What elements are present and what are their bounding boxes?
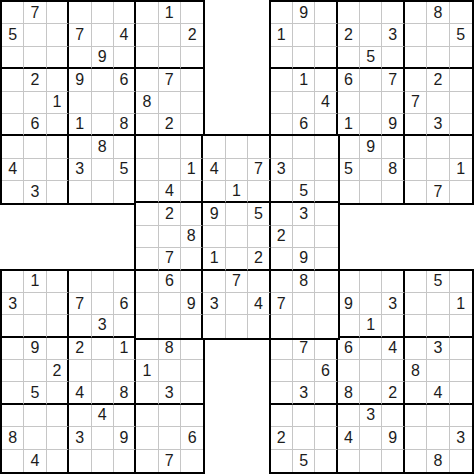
cell-bottom_left-r9c9-empty[interactable] xyxy=(181,450,203,472)
cell-top_left-r1c5-empty[interactable] xyxy=(92,2,114,24)
cell-top_right-r3c7-empty[interactable] xyxy=(405,47,427,69)
cell-top_right-r8c7-empty[interactable] xyxy=(405,159,427,181)
cell-top_right-r7c4-empty[interactable] xyxy=(338,136,360,158)
cell-bottom_left-r6c1-empty[interactable] xyxy=(2,382,24,404)
cell-bottom_right-r2c4-given[interactable]: 9 xyxy=(338,293,360,315)
cell-bottom_left-r7c8-empty[interactable] xyxy=(159,405,181,427)
cell-bottom_right-r8c9-given[interactable]: 3 xyxy=(450,427,472,449)
cell-bottom_left-r7c2-empty[interactable] xyxy=(24,405,46,427)
cell-top_left-r2c2-empty[interactable] xyxy=(24,24,46,46)
cell-bottom_right-r5c6-empty[interactable] xyxy=(382,360,404,382)
cell-top_left-r9c3-empty[interactable] xyxy=(47,181,69,203)
cell-top_right-r2c8-empty[interactable] xyxy=(427,24,449,46)
cell-top_right-r6c5-empty[interactable] xyxy=(360,114,382,136)
cell-center-r4c6-given[interactable]: 5 xyxy=(248,203,270,225)
cell-center-r6c2-given[interactable]: 7 xyxy=(159,248,181,270)
cell-bottom_left-r7c9-empty[interactable] xyxy=(181,405,203,427)
cell-bottom_left-r6c6-given[interactable]: 8 xyxy=(114,382,136,404)
cell-top_left-r3c7-empty[interactable] xyxy=(136,47,158,69)
cell-top_right-r6c1-empty[interactable] xyxy=(271,114,293,136)
cell-center-r2c1-empty[interactable] xyxy=(136,159,158,181)
cell-center-r2c8-empty[interactable] xyxy=(293,159,315,181)
cell-center-r3c2-given[interactable]: 4 xyxy=(159,181,181,203)
cell-top_left-r5c3-given[interactable]: 1 xyxy=(47,92,69,114)
cell-bottom_left-r6c4-given[interactable]: 4 xyxy=(69,382,91,404)
cell-center-r4c5-empty[interactable] xyxy=(226,203,248,225)
cell-top_left-r5c9-empty[interactable] xyxy=(181,92,203,114)
cell-top_left-r6c8-given[interactable]: 2 xyxy=(159,114,181,136)
cell-center-r1c9-empty[interactable] xyxy=(315,136,337,158)
cell-bottom_right-r4c4-given[interactable]: 6 xyxy=(338,338,360,360)
cell-top_right-r5c6-empty[interactable] xyxy=(382,92,404,114)
cell-top_left-r4c9-empty[interactable] xyxy=(181,69,203,91)
cell-top_right-r1c3-empty[interactable] xyxy=(315,2,337,24)
cell-bottom_right-r6c2-given[interactable]: 3 xyxy=(293,382,315,404)
cell-top_right-r5c9-empty[interactable] xyxy=(450,92,472,114)
cell-top_right-r3c5-given[interactable]: 5 xyxy=(360,47,382,69)
cell-bottom_right-r9c5-empty[interactable] xyxy=(360,450,382,472)
cell-center-r7c2-given[interactable]: 6 xyxy=(159,271,181,293)
cell-center-r2c5-empty[interactable] xyxy=(226,159,248,181)
cell-bottom_left-r1c5-empty[interactable] xyxy=(92,271,114,293)
cell-bottom_left-r9c3-empty[interactable] xyxy=(47,450,69,472)
cell-bottom_right-r7c6-empty[interactable] xyxy=(382,405,404,427)
cell-top_left-r3c5-given[interactable]: 9 xyxy=(92,47,114,69)
cell-bottom_left-r7c7-empty[interactable] xyxy=(136,405,158,427)
cell-bottom_right-r9c4-empty[interactable] xyxy=(338,450,360,472)
cell-top_left-r6c4-given[interactable]: 1 xyxy=(69,114,91,136)
cell-top_left-r7c5-given[interactable]: 8 xyxy=(92,136,114,158)
cell-center-r3c7-empty[interactable] xyxy=(271,181,293,203)
cell-top_left-r6c5-empty[interactable] xyxy=(92,114,114,136)
cell-bottom_left-r5c5-empty[interactable] xyxy=(92,360,114,382)
cell-center-r7c7-empty[interactable] xyxy=(271,271,293,293)
cell-top_left-r5c1-empty[interactable] xyxy=(2,92,24,114)
cell-bottom_left-r5c7-given[interactable]: 1 xyxy=(136,360,158,382)
cell-top_left-r2c9-given[interactable]: 2 xyxy=(181,24,203,46)
cell-top_right-r3c3-empty[interactable] xyxy=(315,47,337,69)
cell-center-r6c8-given[interactable]: 9 xyxy=(293,248,315,270)
cell-bottom_left-r7c5-given[interactable]: 4 xyxy=(92,405,114,427)
cell-bottom_right-r4c8-given[interactable]: 3 xyxy=(427,338,449,360)
cell-bottom_left-r8c9-given[interactable]: 6 xyxy=(181,427,203,449)
cell-bottom_right-r5c5-empty[interactable] xyxy=(360,360,382,382)
cell-bottom_right-r7c7-empty[interactable] xyxy=(405,405,427,427)
cell-top_left-r4c3-empty[interactable] xyxy=(47,69,69,91)
cell-bottom_right-r9c2-given[interactable]: 5 xyxy=(293,450,315,472)
cell-bottom_right-r6c5-empty[interactable] xyxy=(360,382,382,404)
cell-top_left-r5c6-empty[interactable] xyxy=(114,92,136,114)
cell-bottom_right-r5c8-empty[interactable] xyxy=(427,360,449,382)
cell-top_right-r4c8-given[interactable]: 2 xyxy=(427,69,449,91)
cell-bottom_right-r4c3-empty[interactable] xyxy=(315,338,337,360)
cell-bottom_right-r7c4-empty[interactable] xyxy=(338,405,360,427)
cell-bottom_left-r1c2-given[interactable]: 1 xyxy=(24,271,46,293)
cell-center-r2c7-given[interactable]: 3 xyxy=(271,159,293,181)
cell-bottom_left-r3c2-empty[interactable] xyxy=(24,315,46,337)
cell-center-r7c8-given[interactable]: 8 xyxy=(293,271,315,293)
cell-center-r6c7-empty[interactable] xyxy=(271,248,293,270)
cell-bottom_right-r1c9-empty[interactable] xyxy=(450,271,472,293)
cell-top_right-r9c8-given[interactable]: 7 xyxy=(427,181,449,203)
cell-bottom_right-r1c5-empty[interactable] xyxy=(360,271,382,293)
cell-center-r9c3-empty[interactable] xyxy=(181,315,203,337)
cell-center-r9c6-empty[interactable] xyxy=(248,315,270,337)
cell-top_right-r8c6-given[interactable]: 8 xyxy=(382,159,404,181)
cell-top_right-r8c5-empty[interactable] xyxy=(360,159,382,181)
cell-bottom_left-r6c2-given[interactable]: 5 xyxy=(24,382,46,404)
cell-top_right-r3c2-empty[interactable] xyxy=(293,47,315,69)
cell-center-r5c1-empty[interactable] xyxy=(136,226,158,248)
cell-bottom_left-r9c4-empty[interactable] xyxy=(69,450,91,472)
cell-bottom_left-r6c7-empty[interactable] xyxy=(136,382,158,404)
cell-top_left-r4c8-given[interactable]: 7 xyxy=(159,69,181,91)
cell-center-r4c9-empty[interactable] xyxy=(315,203,337,225)
cell-top_right-r2c3-empty[interactable] xyxy=(315,24,337,46)
cell-bottom_right-r9c8-given[interactable]: 8 xyxy=(427,450,449,472)
cell-bottom_right-r1c8-given[interactable]: 5 xyxy=(427,271,449,293)
cell-bottom_right-r8c3-empty[interactable] xyxy=(315,427,337,449)
cell-top_left-r2c8-empty[interactable] xyxy=(159,24,181,46)
cell-bottom_left-r3c4-empty[interactable] xyxy=(69,315,91,337)
cell-top_right-r8c8-empty[interactable] xyxy=(427,159,449,181)
cell-bottom_left-r1c1-empty[interactable] xyxy=(2,271,24,293)
cell-center-r7c6-empty[interactable] xyxy=(248,271,270,293)
cell-top_left-r2c4-given[interactable]: 7 xyxy=(69,24,91,46)
cell-top_right-r9c5-empty[interactable] xyxy=(360,181,382,203)
cell-top_left-r6c9-empty[interactable] xyxy=(181,114,203,136)
cell-bottom_left-r8c5-empty[interactable] xyxy=(92,427,114,449)
cell-bottom_left-r2c6-given[interactable]: 6 xyxy=(114,293,136,315)
cell-bottom_left-r3c6-empty[interactable] xyxy=(114,315,136,337)
cell-center-r2c6-given[interactable]: 7 xyxy=(248,159,270,181)
cell-bottom_right-r2c5-empty[interactable] xyxy=(360,293,382,315)
cell-top_left-r9c2-given[interactable]: 3 xyxy=(24,181,46,203)
cell-top_left-r9c4-empty[interactable] xyxy=(69,181,91,203)
cell-top_left-r3c2-empty[interactable] xyxy=(24,47,46,69)
cell-top_left-r4c4-given[interactable]: 9 xyxy=(69,69,91,91)
cell-bottom_right-r4c9-empty[interactable] xyxy=(450,338,472,360)
cell-center-r2c3-given[interactable]: 1 xyxy=(181,159,203,181)
cell-top_right-r4c2-given[interactable]: 1 xyxy=(293,69,315,91)
cell-top_right-r9c4-empty[interactable] xyxy=(338,181,360,203)
cell-center-r5c2-empty[interactable] xyxy=(159,226,181,248)
cell-top_right-r4c5-empty[interactable] xyxy=(360,69,382,91)
cell-bottom_left-r5c3-given[interactable]: 2 xyxy=(47,360,69,382)
cell-top_right-r7c9-empty[interactable] xyxy=(450,136,472,158)
cell-center-r4c7-empty[interactable] xyxy=(271,203,293,225)
cell-center-r9c8-empty[interactable] xyxy=(293,315,315,337)
cell-top_right-r6c7-empty[interactable] xyxy=(405,114,427,136)
cell-bottom_left-r7c4-empty[interactable] xyxy=(69,405,91,427)
cell-bottom_left-r5c9-empty[interactable] xyxy=(181,360,203,382)
cell-bottom_left-r2c5-empty[interactable] xyxy=(92,293,114,315)
cell-bottom_right-r8c2-empty[interactable] xyxy=(293,427,315,449)
cell-bottom_right-r2c9-given[interactable]: 1 xyxy=(450,293,472,315)
cell-top_right-r4c6-given[interactable]: 7 xyxy=(382,69,404,91)
cell-top_right-r5c7-given[interactable]: 7 xyxy=(405,92,427,114)
cell-center-r1c3-empty[interactable] xyxy=(181,136,203,158)
cell-bottom_left-r8c6-given[interactable]: 9 xyxy=(114,427,136,449)
cell-top_right-r1c5-empty[interactable] xyxy=(360,2,382,24)
cell-top_right-r3c9-empty[interactable] xyxy=(450,47,472,69)
cell-top_left-r4c1-empty[interactable] xyxy=(2,69,24,91)
cell-top_right-r6c8-given[interactable]: 3 xyxy=(427,114,449,136)
cell-bottom_right-r6c8-given[interactable]: 4 xyxy=(427,382,449,404)
cell-top_left-r5c4-empty[interactable] xyxy=(69,92,91,114)
cell-top_right-r3c6-empty[interactable] xyxy=(382,47,404,69)
cell-center-r5c5-empty[interactable] xyxy=(226,226,248,248)
cell-top_right-r5c3-given[interactable]: 4 xyxy=(315,92,337,114)
cell-bottom_left-r9c8-given[interactable]: 7 xyxy=(159,450,181,472)
cell-bottom_right-r7c2-empty[interactable] xyxy=(293,405,315,427)
cell-center-r6c5-empty[interactable] xyxy=(226,248,248,270)
cell-bottom_left-r4c8-given[interactable]: 8 xyxy=(159,338,181,360)
cell-bottom_right-r5c7-given[interactable]: 8 xyxy=(405,360,427,382)
cell-bottom_left-r7c6-empty[interactable] xyxy=(114,405,136,427)
cell-center-r3c6-empty[interactable] xyxy=(248,181,270,203)
cell-top_right-r4c7-empty[interactable] xyxy=(405,69,427,91)
cell-bottom_right-r2c8-empty[interactable] xyxy=(427,293,449,315)
cell-top_left-r2c1-given[interactable]: 5 xyxy=(2,24,24,46)
cell-top_right-r3c8-empty[interactable] xyxy=(427,47,449,69)
cell-top_left-r9c6-empty[interactable] xyxy=(114,181,136,203)
cell-top_right-r1c7-empty[interactable] xyxy=(405,2,427,24)
cell-bottom_right-r6c6-given[interactable]: 2 xyxy=(382,382,404,404)
cell-top_left-r1c6-empty[interactable] xyxy=(114,2,136,24)
cell-top_left-r2c5-empty[interactable] xyxy=(92,24,114,46)
cell-center-r8c1-empty[interactable] xyxy=(136,293,158,315)
cell-bottom_left-r7c3-empty[interactable] xyxy=(47,405,69,427)
cell-top_left-r1c9-empty[interactable] xyxy=(181,2,203,24)
cell-bottom_right-r7c5-given[interactable]: 3 xyxy=(360,405,382,427)
cell-bottom_left-r2c3-empty[interactable] xyxy=(47,293,69,315)
cell-bottom_right-r6c4-given[interactable]: 8 xyxy=(338,382,360,404)
cell-top_right-r4c1-empty[interactable] xyxy=(271,69,293,91)
cell-top_right-r5c1-empty[interactable] xyxy=(271,92,293,114)
cell-bottom_left-r8c1-given[interactable]: 8 xyxy=(2,427,24,449)
cell-top_left-r8c5-empty[interactable] xyxy=(92,159,114,181)
cell-top_left-r1c3-empty[interactable] xyxy=(47,2,69,24)
cell-top_left-r3c3-empty[interactable] xyxy=(47,47,69,69)
cell-center-r8c8-empty[interactable] xyxy=(293,293,315,315)
cell-bottom_left-r9c2-given[interactable]: 4 xyxy=(24,450,46,472)
cell-top_left-r7c2-empty[interactable] xyxy=(24,136,46,158)
cell-bottom_left-r2c2-empty[interactable] xyxy=(24,293,46,315)
cell-bottom_right-r6c3-empty[interactable] xyxy=(315,382,337,404)
cell-center-r3c5-given[interactable]: 1 xyxy=(226,181,248,203)
cell-top_left-r8c6-given[interactable]: 5 xyxy=(114,159,136,181)
cell-top_left-r3c8-empty[interactable] xyxy=(159,47,181,69)
cell-bottom_right-r1c6-empty[interactable] xyxy=(382,271,404,293)
cell-bottom_left-r6c9-empty[interactable] xyxy=(181,382,203,404)
cell-center-r7c1-empty[interactable] xyxy=(136,271,158,293)
cell-center-r5c9-empty[interactable] xyxy=(315,226,337,248)
cell-top_right-r2c9-given[interactable]: 5 xyxy=(450,24,472,46)
cell-top_left-r6c2-given[interactable]: 6 xyxy=(24,114,46,136)
cell-top_left-r1c1-empty[interactable] xyxy=(2,2,24,24)
cell-top_right-r4c9-empty[interactable] xyxy=(450,69,472,91)
cell-top_left-r6c6-given[interactable]: 8 xyxy=(114,114,136,136)
cell-center-r3c4-empty[interactable] xyxy=(203,181,225,203)
cell-bottom_left-r4c4-given[interactable]: 2 xyxy=(69,338,91,360)
cell-top_left-r9c5-empty[interactable] xyxy=(92,181,114,203)
cell-bottom_left-r6c5-empty[interactable] xyxy=(92,382,114,404)
cell-top_left-r3c6-empty[interactable] xyxy=(114,47,136,69)
cell-top_left-r1c7-empty[interactable] xyxy=(136,2,158,24)
cell-top_right-r2c6-given[interactable]: 3 xyxy=(382,24,404,46)
cell-bottom_right-r4c5-empty[interactable] xyxy=(360,338,382,360)
cell-bottom_left-r5c1-empty[interactable] xyxy=(2,360,24,382)
cell-top_right-r2c7-empty[interactable] xyxy=(405,24,427,46)
cell-center-r1c7-empty[interactable] xyxy=(271,136,293,158)
cell-top_left-r3c1-empty[interactable] xyxy=(2,47,24,69)
cell-center-r1c8-empty[interactable] xyxy=(293,136,315,158)
cell-top_right-r7c6-empty[interactable] xyxy=(382,136,404,158)
cell-bottom_right-r9c6-empty[interactable] xyxy=(382,450,404,472)
cell-top_right-r8c4-given[interactable]: 5 xyxy=(338,159,360,181)
cell-top_right-r7c7-empty[interactable] xyxy=(405,136,427,158)
cell-bottom_right-r4c2-given[interactable]: 7 xyxy=(293,338,315,360)
cell-bottom_right-r5c9-empty[interactable] xyxy=(450,360,472,382)
cell-bottom_right-r6c7-empty[interactable] xyxy=(405,382,427,404)
cell-bottom_left-r4c2-given[interactable]: 9 xyxy=(24,338,46,360)
cell-top_right-r5c4-empty[interactable] xyxy=(338,92,360,114)
cell-bottom_left-r5c2-empty[interactable] xyxy=(24,360,46,382)
cell-center-r9c5-empty[interactable] xyxy=(226,315,248,337)
cell-bottom_left-r4c7-empty[interactable] xyxy=(136,338,158,360)
cell-top_left-r7c6-empty[interactable] xyxy=(114,136,136,158)
cell-top_left-r5c7-given[interactable]: 8 xyxy=(136,92,158,114)
cell-top_left-r8c3-empty[interactable] xyxy=(47,159,69,181)
cell-center-r3c8-given[interactable]: 5 xyxy=(293,181,315,203)
cell-bottom_left-r9c5-empty[interactable] xyxy=(92,450,114,472)
cell-top_left-r7c3-empty[interactable] xyxy=(47,136,69,158)
cell-top_left-r3c9-empty[interactable] xyxy=(181,47,203,69)
cell-bottom_right-r9c3-empty[interactable] xyxy=(315,450,337,472)
cell-top_right-r9c6-empty[interactable] xyxy=(382,181,404,203)
cell-bottom_right-r3c6-empty[interactable] xyxy=(382,315,404,337)
cell-top_left-r7c4-empty[interactable] xyxy=(69,136,91,158)
cell-bottom_left-r2c4-given[interactable]: 7 xyxy=(69,293,91,315)
cell-top_right-r6c9-empty[interactable] xyxy=(450,114,472,136)
cell-bottom_right-r1c4-empty[interactable] xyxy=(338,271,360,293)
cell-bottom_right-r3c5-given[interactable]: 1 xyxy=(360,315,382,337)
cell-top_right-r3c1-empty[interactable] xyxy=(271,47,293,69)
cell-top_left-r1c4-empty[interactable] xyxy=(69,2,91,24)
cell-bottom_left-r5c8-empty[interactable] xyxy=(159,360,181,382)
cell-top_left-r6c3-empty[interactable] xyxy=(47,114,69,136)
cell-top_left-r1c2-given[interactable]: 7 xyxy=(24,2,46,24)
cell-top_left-r1c8-given[interactable]: 1 xyxy=(159,2,181,24)
cell-top_right-r2c2-empty[interactable] xyxy=(293,24,315,46)
cell-top_left-r8c4-given[interactable]: 3 xyxy=(69,159,91,181)
cell-bottom_right-r9c7-empty[interactable] xyxy=(405,450,427,472)
cell-top_left-r4c5-empty[interactable] xyxy=(92,69,114,91)
cell-center-r8c3-given[interactable]: 9 xyxy=(181,293,203,315)
cell-top_right-r6c4-given[interactable]: 1 xyxy=(338,114,360,136)
cell-bottom_right-r3c7-empty[interactable] xyxy=(405,315,427,337)
cell-top_right-r6c2-given[interactable]: 6 xyxy=(293,114,315,136)
cell-top_left-r5c2-empty[interactable] xyxy=(24,92,46,114)
cell-center-r9c9-empty[interactable] xyxy=(315,315,337,337)
cell-bottom_left-r9c7-empty[interactable] xyxy=(136,450,158,472)
cell-center-r7c3-empty[interactable] xyxy=(181,271,203,293)
cell-bottom_right-r6c1-empty[interactable] xyxy=(271,382,293,404)
cell-center-r9c4-empty[interactable] xyxy=(203,315,225,337)
cell-center-r9c1-empty[interactable] xyxy=(136,315,158,337)
cell-bottom_right-r5c4-empty[interactable] xyxy=(338,360,360,382)
cell-center-r2c2-empty[interactable] xyxy=(159,159,181,181)
cell-bottom_right-r4c7-empty[interactable] xyxy=(405,338,427,360)
cell-center-r3c1-empty[interactable] xyxy=(136,181,158,203)
cell-top_right-r9c7-empty[interactable] xyxy=(405,181,427,203)
cell-top_right-r1c4-empty[interactable] xyxy=(338,2,360,24)
cell-center-r4c3-empty[interactable] xyxy=(181,203,203,225)
cell-center-r4c8-given[interactable]: 3 xyxy=(293,203,315,225)
cell-top_left-r8c1-given[interactable]: 4 xyxy=(2,159,24,181)
cell-bottom_right-r8c5-empty[interactable] xyxy=(360,427,382,449)
cell-bottom_left-r8c7-empty[interactable] xyxy=(136,427,158,449)
cell-center-r1c5-empty[interactable] xyxy=(226,136,248,158)
cell-center-r8c2-empty[interactable] xyxy=(159,293,181,315)
cell-top_left-r4c7-empty[interactable] xyxy=(136,69,158,91)
cell-bottom_right-r5c2-empty[interactable] xyxy=(293,360,315,382)
cell-bottom_right-r5c3-given[interactable]: 6 xyxy=(315,360,337,382)
cell-bottom_right-r7c1-empty[interactable] xyxy=(271,405,293,427)
cell-bottom_right-r7c8-empty[interactable] xyxy=(427,405,449,427)
cell-bottom_left-r5c4-empty[interactable] xyxy=(69,360,91,382)
cell-center-r8c9-empty[interactable] xyxy=(315,293,337,315)
cell-top_right-r8c9-given[interactable]: 1 xyxy=(450,159,472,181)
cell-bottom_right-r5c1-empty[interactable] xyxy=(271,360,293,382)
cell-center-r4c1-empty[interactable] xyxy=(136,203,158,225)
cell-top_right-r1c2-given[interactable]: 9 xyxy=(293,2,315,24)
cell-top_left-r5c8-empty[interactable] xyxy=(159,92,181,114)
cell-top_right-r1c9-empty[interactable] xyxy=(450,2,472,24)
cell-bottom_right-r2c6-given[interactable]: 3 xyxy=(382,293,404,315)
cell-center-r6c4-given[interactable]: 1 xyxy=(203,248,225,270)
cell-center-r1c1-empty[interactable] xyxy=(136,136,158,158)
cell-top_left-r5c5-empty[interactable] xyxy=(92,92,114,114)
cell-top_right-r6c6-given[interactable]: 9 xyxy=(382,114,404,136)
cell-bottom_right-r7c9-empty[interactable] xyxy=(450,405,472,427)
cell-top_right-r1c1-empty[interactable] xyxy=(271,2,293,24)
cell-center-r5c4-empty[interactable] xyxy=(203,226,225,248)
cell-bottom_right-r6c9-empty[interactable] xyxy=(450,382,472,404)
cell-top_left-r8c2-empty[interactable] xyxy=(24,159,46,181)
cell-bottom_left-r8c8-empty[interactable] xyxy=(159,427,181,449)
cell-top_right-r7c5-given[interactable]: 9 xyxy=(360,136,382,158)
cell-bottom_left-r6c3-empty[interactable] xyxy=(47,382,69,404)
cell-top_left-r6c7-empty[interactable] xyxy=(136,114,158,136)
cell-bottom_right-r8c1-given[interactable]: 2 xyxy=(271,427,293,449)
cell-top_left-r2c3-empty[interactable] xyxy=(47,24,69,46)
cell-center-r4c2-given[interactable]: 2 xyxy=(159,203,181,225)
cell-bottom_left-r3c3-empty[interactable] xyxy=(47,315,69,337)
cell-top_right-r5c5-empty[interactable] xyxy=(360,92,382,114)
cell-bottom_left-r3c1-empty[interactable] xyxy=(2,315,24,337)
cell-top_right-r3c4-empty[interactable] xyxy=(338,47,360,69)
cell-bottom_left-r9c6-empty[interactable] xyxy=(114,450,136,472)
cell-bottom_right-r9c9-empty[interactable] xyxy=(450,450,472,472)
cell-center-r3c3-empty[interactable] xyxy=(181,181,203,203)
cell-bottom_left-r8c4-given[interactable]: 3 xyxy=(69,427,91,449)
cell-bottom_right-r3c9-empty[interactable] xyxy=(450,315,472,337)
cell-top_left-r4c6-given[interactable]: 6 xyxy=(114,69,136,91)
cell-bottom_right-r2c7-empty[interactable] xyxy=(405,293,427,315)
cell-top_right-r1c8-given[interactable]: 8 xyxy=(427,2,449,24)
